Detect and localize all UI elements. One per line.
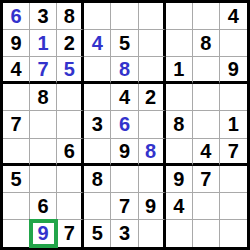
cell-r6c9[interactable]: 7 bbox=[220, 139, 247, 166]
cell-r1c1[interactable]: 6 bbox=[3, 3, 30, 30]
cell-r1c2[interactable]: 3 bbox=[30, 3, 57, 30]
cell-r6c4[interactable] bbox=[84, 139, 111, 166]
cell-r5c5[interactable]: 6 bbox=[111, 111, 138, 138]
cell-r5c7[interactable]: 8 bbox=[166, 111, 193, 138]
cell-r4c1[interactable] bbox=[3, 84, 30, 111]
cell-r7c3[interactable] bbox=[57, 166, 84, 193]
cell-r9c6[interactable] bbox=[139, 220, 166, 247]
cell-r7c9[interactable] bbox=[220, 166, 247, 193]
sudoku-board: 6384912458475819842736816984758976794975… bbox=[0, 0, 250, 250]
cell-r5c3[interactable] bbox=[57, 111, 84, 138]
cell-r7c2[interactable] bbox=[30, 166, 57, 193]
cell-r5c1[interactable]: 7 bbox=[3, 111, 30, 138]
cell-r1c4[interactable] bbox=[84, 3, 111, 30]
cell-r8c8[interactable] bbox=[193, 193, 220, 220]
cell-r3c2[interactable]: 7 bbox=[30, 57, 57, 84]
cell-r6c8[interactable]: 4 bbox=[193, 139, 220, 166]
cell-r6c2[interactable] bbox=[30, 139, 57, 166]
cell-r2c1[interactable]: 9 bbox=[3, 30, 30, 57]
cell-r3c3[interactable]: 5 bbox=[57, 57, 84, 84]
cell-r1c3[interactable]: 8 bbox=[57, 3, 84, 30]
cell-r3c6[interactable] bbox=[139, 57, 166, 84]
cell-r8c9[interactable] bbox=[220, 193, 247, 220]
cell-r6c1[interactable] bbox=[3, 139, 30, 166]
cell-r5c8[interactable] bbox=[193, 111, 220, 138]
cell-r1c6[interactable] bbox=[139, 3, 166, 30]
cell-r8c6[interactable]: 9 bbox=[139, 193, 166, 220]
cell-r4c7[interactable] bbox=[166, 84, 193, 111]
cell-r1c8[interactable] bbox=[193, 3, 220, 30]
cell-r4c5[interactable]: 4 bbox=[111, 84, 138, 111]
cell-r8c5[interactable]: 7 bbox=[111, 193, 138, 220]
cell-r9c1[interactable] bbox=[3, 220, 30, 247]
cell-r6c3[interactable]: 6 bbox=[57, 139, 84, 166]
cell-r9c7[interactable] bbox=[166, 220, 193, 247]
cell-r2c7[interactable] bbox=[166, 30, 193, 57]
cell-r4c4[interactable] bbox=[84, 84, 111, 111]
cell-r7c7[interactable]: 9 bbox=[166, 166, 193, 193]
cell-r2c6[interactable] bbox=[139, 30, 166, 57]
cell-r3c4[interactable] bbox=[84, 57, 111, 84]
cell-r6c5[interactable]: 9 bbox=[111, 139, 138, 166]
cell-r8c7[interactable]: 4 bbox=[166, 193, 193, 220]
cell-r8c4[interactable] bbox=[84, 193, 111, 220]
cell-r1c9[interactable]: 4 bbox=[220, 3, 247, 30]
cell-r7c8[interactable]: 7 bbox=[193, 166, 220, 193]
cell-r8c3[interactable] bbox=[57, 193, 84, 220]
cell-r4c6[interactable]: 2 bbox=[139, 84, 166, 111]
cell-r4c9[interactable] bbox=[220, 84, 247, 111]
cell-r7c1[interactable]: 5 bbox=[3, 166, 30, 193]
cell-r2c5[interactable]: 5 bbox=[111, 30, 138, 57]
cell-r5c9[interactable]: 1 bbox=[220, 111, 247, 138]
cell-r5c4[interactable]: 3 bbox=[84, 111, 111, 138]
cell-r9c3[interactable]: 7 bbox=[57, 220, 84, 247]
cell-r2c8[interactable]: 8 bbox=[193, 30, 220, 57]
cell-r2c9[interactable] bbox=[220, 30, 247, 57]
cell-r4c8[interactable] bbox=[193, 84, 220, 111]
cell-r8c2[interactable]: 6 bbox=[30, 193, 57, 220]
cell-r3c8[interactable] bbox=[193, 57, 220, 84]
cell-r7c5[interactable] bbox=[111, 166, 138, 193]
cell-r9c2[interactable]: 9 bbox=[30, 220, 57, 247]
cell-r8c1[interactable] bbox=[3, 193, 30, 220]
cell-r3c5[interactable]: 8 bbox=[111, 57, 138, 84]
cell-r1c5[interactable] bbox=[111, 3, 138, 30]
cell-r7c6[interactable] bbox=[139, 166, 166, 193]
cell-r9c8[interactable] bbox=[193, 220, 220, 247]
cell-r5c6[interactable] bbox=[139, 111, 166, 138]
cell-r9c4[interactable]: 5 bbox=[84, 220, 111, 247]
cell-r4c2[interactable]: 8 bbox=[30, 84, 57, 111]
cell-r2c3[interactable]: 2 bbox=[57, 30, 84, 57]
cell-r2c4[interactable]: 4 bbox=[84, 30, 111, 57]
cell-r9c5[interactable]: 3 bbox=[111, 220, 138, 247]
cell-r4c3[interactable] bbox=[57, 84, 84, 111]
cell-r1c7[interactable] bbox=[166, 3, 193, 30]
cell-r3c7[interactable]: 1 bbox=[166, 57, 193, 84]
cell-r3c9[interactable]: 9 bbox=[220, 57, 247, 84]
cell-r3c1[interactable]: 4 bbox=[3, 57, 30, 84]
cell-r7c4[interactable]: 8 bbox=[84, 166, 111, 193]
cell-r5c2[interactable] bbox=[30, 111, 57, 138]
cell-r9c9[interactable] bbox=[220, 220, 247, 247]
cell-r6c7[interactable] bbox=[166, 139, 193, 166]
cell-r6c6[interactable]: 8 bbox=[139, 139, 166, 166]
cell-r2c2[interactable]: 1 bbox=[30, 30, 57, 57]
